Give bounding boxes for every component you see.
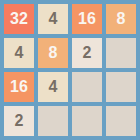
empty-cell bbox=[106, 106, 136, 136]
tile-32: 32 bbox=[4, 4, 34, 34]
tile-16: 16 bbox=[72, 4, 102, 34]
tile-8: 8 bbox=[38, 38, 68, 68]
tile-4: 4 bbox=[4, 38, 34, 68]
tile-4: 4 bbox=[38, 72, 68, 102]
tile-8: 8 bbox=[106, 4, 136, 34]
empty-cell bbox=[106, 72, 136, 102]
tile-4: 4 bbox=[38, 4, 68, 34]
2048-board[interactable]: 3241684821642 bbox=[0, 0, 140, 140]
empty-cell bbox=[72, 72, 102, 102]
empty-cell bbox=[38, 106, 68, 136]
empty-cell bbox=[106, 38, 136, 68]
tile-2: 2 bbox=[4, 106, 34, 136]
empty-cell bbox=[72, 106, 102, 136]
tile-2: 2 bbox=[72, 38, 102, 68]
tile-16: 16 bbox=[4, 72, 34, 102]
